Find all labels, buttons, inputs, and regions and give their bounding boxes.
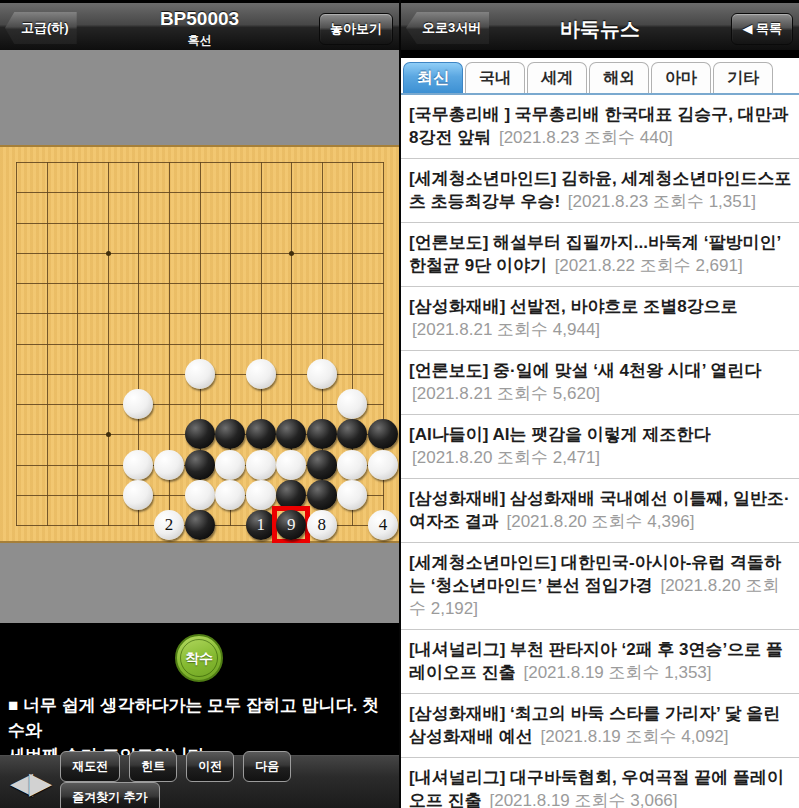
news-item-meta: [2021.8.20 조회수 4,396] <box>503 512 694 531</box>
news-item[interactable]: [삼성화재배] 선발전, 바야흐로 조별8강으로 [2021.8.21 조회수 … <box>401 287 799 351</box>
previous-button[interactable]: 이전 <box>186 751 234 782</box>
go-board[interactable]: 21984 <box>0 145 399 543</box>
stone-white <box>185 480 215 510</box>
stone-white <box>246 450 276 480</box>
stone-black <box>185 510 215 540</box>
stone-white <box>215 450 245 480</box>
news-item-meta: [2021.8.19 조회수 3,066] <box>486 791 677 808</box>
stone-white <box>215 480 245 510</box>
news-item[interactable]: [삼성화재배] 삼성화재배 국내예선 이틀째, 일반조·여자조 결과 [2021… <box>401 479 799 543</box>
star-point <box>106 251 111 256</box>
stone-move-4: 4 <box>368 510 398 540</box>
stone-white <box>123 450 153 480</box>
stone-white <box>368 450 398 480</box>
right-navbar: 오로3서버 바둑뉴스 ◀ 목록 <box>401 0 799 50</box>
news-item[interactable]: [내셔널리그] 대구바둑협회, 우여곡절 끝에 플레이오프 진출 [2021.8… <box>401 758 799 808</box>
control-area: 착수 ■ 너무 쉽게 생각하다가는 모두 잡히고 맙니다. 첫 수와 세번째 수… <box>0 623 399 755</box>
left-navbar: 고급(하) BP50003 흑선 놓아보기 <box>0 0 399 50</box>
next-button[interactable]: 다음 <box>243 751 291 782</box>
news-item[interactable]: [언론보도] 중·일에 맞설 ‘새 4천왕 시대’ 열린다 [2021.8.21… <box>401 351 799 415</box>
stone-white <box>123 480 153 510</box>
stone-move-1: 1 <box>246 510 276 540</box>
tab-latest[interactable]: 최신 <box>403 62 463 93</box>
board-grid-hline <box>16 404 384 405</box>
tab-etc[interactable]: 기타 <box>713 62 773 93</box>
tab-world[interactable]: 세계 <box>527 62 587 93</box>
stone-black <box>307 480 337 510</box>
star-point <box>289 251 294 256</box>
news-item-title: [AI나들이] AI는 팻감을 이렇게 제조한다 <box>409 425 711 444</box>
tab-domestic[interactable]: 국내 <box>465 62 525 93</box>
stone-white <box>246 359 276 389</box>
stone-white <box>185 359 215 389</box>
stone-move-2: 2 <box>154 510 184 540</box>
stone-white <box>337 450 367 480</box>
add-favorite-button[interactable]: 즐겨찾기 추가 <box>60 782 159 808</box>
board-margin-bottom <box>0 543 399 623</box>
stone-black <box>185 450 215 480</box>
hint-button[interactable]: 힌트 <box>129 751 177 782</box>
bottom-toolbar: ◀▶ 재도전힌트이전다음즐겨찾기 추가 <box>0 755 399 808</box>
go-problem-panel: 고급(하) BP50003 흑선 놓아보기 21984 착수 ■ 너무 쉽게 생… <box>0 0 399 808</box>
app-screen: 고급(하) BP50003 흑선 놓아보기 21984 착수 ■ 너무 쉽게 생… <box>0 0 799 808</box>
tab-overseas[interactable]: 해외 <box>589 62 649 93</box>
news-item-meta: [2021.8.21 조회수 4,944] <box>409 320 600 339</box>
stone-white <box>246 480 276 510</box>
try-moves-button[interactable]: 놓아보기 <box>319 13 393 45</box>
play-move-button[interactable]: 착수 <box>175 634 223 682</box>
list-button[interactable]: ◀ 목록 <box>731 13 793 45</box>
news-tabs: 최신국내세계해외아마기타 <box>403 62 775 93</box>
news-item[interactable]: [AI나들이] AI는 팻감을 이렇게 제조한다 [2021.8.20 조회수 … <box>401 415 799 479</box>
stone-black <box>307 419 337 449</box>
stone-white <box>276 450 306 480</box>
news-list[interactable]: [국무총리배 ] 국무총리배 한국대표 김승구, 대만과 8강전 앞둬 [202… <box>401 95 799 808</box>
news-item[interactable]: [세계청소년마인드] 대한민국-아시아-유럽 격돌하는 ‘청소년마인드’ 본선 … <box>401 543 799 630</box>
news-item[interactable]: [세계청소년마인드] 김하윤, 세계청소년마인드스포츠 초등최강부 우승! [2… <box>401 159 799 223</box>
toolbar-buttons: 재도전힌트이전다음즐겨찾기 추가 <box>60 751 399 808</box>
news-item-meta: [2021.8.19 조회수 1,353] <box>520 663 711 682</box>
stone-black <box>185 419 215 449</box>
news-item-meta: [2021.8.21 조회수 5,620] <box>409 384 600 403</box>
stone-white <box>307 359 337 389</box>
tab-amateur[interactable]: 아마 <box>651 62 711 93</box>
stone-move-8: 8 <box>307 510 337 540</box>
news-item-title: [언론보도] 중·일에 맞설 ‘새 4천왕 시대’ 열린다 <box>409 361 761 380</box>
news-item[interactable]: [언론보도] 해설부터 집필까지...바둑계 ‘팔방미인’ 한철균 9단 이야기… <box>401 223 799 287</box>
stone-move-9: 9 <box>276 510 306 540</box>
news-item[interactable]: [내셔널리그] 부천 판타지아 ‘2패 후 3연승’으로 플레이오프 진출 [2… <box>401 630 799 694</box>
hint-line-1: ■ 너무 쉽게 생각하다가는 모두 잡히고 맙니다. 첫 수와 <box>8 696 379 740</box>
news-item[interactable]: [삼성화재배] ‘최고의 바둑 스타를 가리자’ 닻 올린 삼성화재배 예선 [… <box>401 694 799 758</box>
news-item-meta: [2021.8.23 조회수 1,351] <box>565 192 756 211</box>
stone-black <box>246 419 276 449</box>
news-item-meta: [2021.8.22 조회수 2,691] <box>552 256 743 275</box>
news-item-meta: [2021.8.19 조회수 4,092] <box>537 727 728 746</box>
news-item[interactable]: [국무총리배 ] 국무총리배 한국대표 김승구, 대만과 8강전 앞둬 [202… <box>401 95 799 159</box>
retry-button[interactable]: 재도전 <box>60 751 120 782</box>
news-item-meta: [2021.8.23 조회수 440] <box>496 128 673 147</box>
stone-black <box>307 450 337 480</box>
play-button-label: 착수 <box>177 636 221 680</box>
board-margin-top <box>0 50 399 145</box>
prev-next-arrows[interactable]: ◀▶ <box>10 765 48 800</box>
step-forward-icon[interactable]: ▶ <box>29 766 48 799</box>
stone-white <box>337 480 367 510</box>
stone-white <box>154 450 184 480</box>
news-item-title: [삼성화재배] 선발전, 바야흐로 조별8강으로 <box>409 297 738 316</box>
header-divider <box>401 50 799 58</box>
step-back-icon[interactable]: ◀ <box>10 766 29 799</box>
news-tabbar: 최신국내세계해외아마기타 <box>401 58 799 95</box>
news-item-meta: [2021.8.20 조회수 2,471] <box>409 448 600 467</box>
news-panel: 오로3서버 바둑뉴스 ◀ 목록 최신국내세계해외아마기타 [국무총리배 ] 국무… <box>399 0 799 808</box>
